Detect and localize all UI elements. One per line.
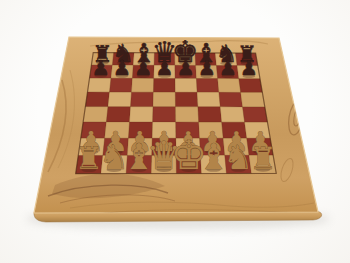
square-h5[interactable] — [241, 92, 265, 107]
piece-black-pawn-h7[interactable]: ♟ — [240, 56, 258, 80]
square-h4[interactable] — [243, 107, 268, 122]
square-e4[interactable] — [175, 107, 198, 122]
square-b6[interactable] — [110, 78, 133, 92]
square-d4[interactable] — [153, 107, 176, 122]
square-c4[interactable] — [130, 107, 154, 122]
square-a4[interactable] — [83, 107, 108, 122]
square-a6[interactable] — [87, 78, 110, 92]
product-photo-scene: ♜♞♝♛♚♝♞♜♟♟♟♟♟♟♟♟♟♟♟♟♟♟♟♟♜♞♝♛♚♝♞♜ — [0, 0, 350, 263]
square-c5[interactable] — [131, 92, 154, 107]
square-f6[interactable] — [196, 79, 219, 93]
piece-black-pawn-a7[interactable]: ♟ — [91, 56, 109, 80]
piece-white-rook-h1[interactable]: ♜ — [249, 141, 276, 176]
square-a5[interactable] — [85, 92, 109, 107]
square-f5[interactable] — [197, 92, 220, 107]
piece-black-pawn-g7[interactable]: ♟ — [219, 56, 237, 80]
square-g5[interactable] — [219, 92, 243, 107]
piece-black-pawn-b7[interactable]: ♟ — [113, 56, 131, 80]
piece-black-pawn-f7[interactable]: ♟ — [198, 56, 216, 80]
square-g4[interactable] — [220, 107, 244, 122]
piece-black-pawn-d7[interactable]: ♟ — [155, 56, 173, 80]
chessboard: ♜♞♝♛♚♝♞♜♟♟♟♟♟♟♟♟♟♟♟♟♟♟♟♟♜♞♝♛♚♝♞♜ — [0, 0, 350, 263]
piece-black-pawn-e7[interactable]: ♟ — [176, 56, 194, 80]
square-b5[interactable] — [108, 92, 132, 107]
square-e5[interactable] — [175, 92, 198, 107]
square-d5[interactable] — [153, 92, 175, 107]
square-e6[interactable] — [175, 78, 197, 92]
square-h6[interactable] — [239, 79, 263, 93]
square-b4[interactable] — [106, 107, 130, 122]
square-f4[interactable] — [198, 107, 222, 122]
square-c6[interactable] — [131, 78, 153, 92]
square-d6[interactable] — [153, 78, 175, 92]
square-g6[interactable] — [218, 79, 241, 93]
piece-black-pawn-c7[interactable]: ♟ — [134, 56, 152, 80]
